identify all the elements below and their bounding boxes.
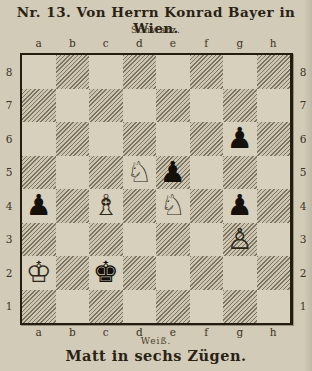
square-b5[interactable]	[56, 156, 90, 190]
rank-label-7: 7	[297, 89, 309, 123]
square-c6[interactable]	[89, 122, 123, 156]
square-a6[interactable]	[22, 122, 56, 156]
white-knight[interactable]: ♘	[160, 191, 186, 220]
rank-label-6: 6	[3, 122, 15, 156]
square-c4[interactable]: ♗	[89, 189, 123, 223]
file-label-h: h	[257, 37, 291, 49]
square-e7[interactable]	[156, 89, 190, 123]
square-c7[interactable]	[89, 89, 123, 123]
rank-label-4: 4	[3, 189, 15, 223]
square-h2[interactable]	[257, 256, 291, 290]
black-pawn[interactable]: ♟	[160, 158, 186, 187]
square-h3[interactable]	[257, 223, 291, 257]
square-f6[interactable]	[190, 122, 224, 156]
black-pawn[interactable]: ♟	[227, 191, 253, 220]
square-g3[interactable]: ♙	[223, 223, 257, 257]
rank-label-1: 1	[297, 290, 309, 324]
square-c3[interactable]	[89, 223, 123, 257]
square-d6[interactable]	[123, 122, 157, 156]
square-h1[interactable]	[257, 290, 291, 324]
square-g7[interactable]	[223, 89, 257, 123]
white-knight[interactable]: ♘	[126, 158, 152, 187]
square-f4[interactable]	[190, 189, 224, 223]
rank-label-8: 8	[3, 55, 15, 89]
rank-label-3: 3	[3, 223, 15, 257]
square-d7[interactable]	[123, 89, 157, 123]
file-label-g: g	[223, 37, 257, 49]
square-b7[interactable]	[56, 89, 90, 123]
square-f2[interactable]	[190, 256, 224, 290]
black-pawn[interactable]: ♟	[227, 124, 253, 153]
square-a4[interactable]: ♟	[22, 189, 56, 223]
square-h5[interactable]	[257, 156, 291, 190]
square-d8[interactable]	[123, 55, 157, 89]
square-e1[interactable]	[156, 290, 190, 324]
square-c2[interactable]: ♚	[89, 256, 123, 290]
white-pawn[interactable]: ♙	[227, 225, 253, 254]
square-h7[interactable]	[257, 89, 291, 123]
square-c5[interactable]	[89, 156, 123, 190]
file-labels-top: abcdefgh	[22, 37, 290, 49]
square-d4[interactable]	[123, 189, 157, 223]
square-e6[interactable]	[156, 122, 190, 156]
square-h8[interactable]	[257, 55, 291, 89]
square-f1[interactable]	[190, 290, 224, 324]
square-a8[interactable]	[22, 55, 56, 89]
stipulation-caption: Matt in sechs Zügen.	[0, 347, 312, 364]
file-label-f: f	[190, 37, 224, 49]
square-f3[interactable]	[190, 223, 224, 257]
rank-label-6: 6	[297, 122, 309, 156]
square-h4[interactable]	[257, 189, 291, 223]
square-h6[interactable]	[257, 122, 291, 156]
square-e3[interactable]	[156, 223, 190, 257]
file-label-b: b	[56, 37, 90, 49]
rank-label-3: 3	[297, 223, 309, 257]
square-b4[interactable]	[56, 189, 90, 223]
square-g2[interactable]	[223, 256, 257, 290]
rank-labels-right: 87654321	[297, 55, 309, 323]
square-e5[interactable]: ♟	[156, 156, 190, 190]
square-b6[interactable]	[56, 122, 90, 156]
square-a1[interactable]	[22, 290, 56, 324]
square-a2[interactable]: ♔	[22, 256, 56, 290]
file-label-e: e	[156, 37, 190, 49]
square-g1[interactable]	[223, 290, 257, 324]
square-e2[interactable]	[156, 256, 190, 290]
square-d5[interactable]: ♘	[123, 156, 157, 190]
square-b2[interactable]	[56, 256, 90, 290]
square-d2[interactable]	[123, 256, 157, 290]
square-g4[interactable]: ♟	[223, 189, 257, 223]
rank-label-2: 2	[297, 256, 309, 290]
rank-label-1: 1	[3, 290, 15, 324]
square-g8[interactable]	[223, 55, 257, 89]
square-f8[interactable]	[190, 55, 224, 89]
square-b1[interactable]	[56, 290, 90, 324]
rank-label-2: 2	[3, 256, 15, 290]
file-label-d: d	[123, 37, 157, 49]
rank-label-5: 5	[3, 156, 15, 190]
black-pawn[interactable]: ♟	[26, 191, 52, 220]
white-bishop[interactable]: ♗	[93, 191, 119, 220]
square-g6[interactable]: ♟	[223, 122, 257, 156]
file-label-c: c	[89, 37, 123, 49]
square-c8[interactable]	[89, 55, 123, 89]
square-a3[interactable]	[22, 223, 56, 257]
square-d3[interactable]	[123, 223, 157, 257]
black-king[interactable]: ♚	[93, 258, 119, 287]
rank-labels-left: 87654321	[3, 55, 15, 323]
white-king[interactable]: ♔	[26, 258, 52, 287]
square-e4[interactable]: ♘	[156, 189, 190, 223]
square-f5[interactable]	[190, 156, 224, 190]
square-e8[interactable]	[156, 55, 190, 89]
file-label-a: a	[22, 37, 56, 49]
square-a7[interactable]	[22, 89, 56, 123]
square-c1[interactable]	[89, 290, 123, 324]
square-f7[interactable]	[190, 89, 224, 123]
rank-label-8: 8	[297, 55, 309, 89]
square-g5[interactable]	[223, 156, 257, 190]
rank-label-7: 7	[3, 89, 15, 123]
square-b3[interactable]	[56, 223, 90, 257]
white-side-label: Weiß.	[20, 336, 292, 346]
square-d1[interactable]	[123, 290, 157, 324]
square-b8[interactable]	[56, 55, 90, 89]
square-a5[interactable]	[22, 156, 56, 190]
black-side-label: Schwarz.	[20, 25, 292, 35]
chess-board: ♟♘♟♟♗♘♟♙♔♚	[20, 53, 293, 325]
rank-label-5: 5	[297, 156, 309, 190]
rank-label-4: 4	[297, 189, 309, 223]
